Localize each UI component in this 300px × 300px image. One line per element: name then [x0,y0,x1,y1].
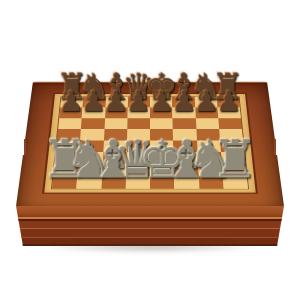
square-b6[interactable] [81,118,105,129]
square-a7[interactable]: ♟ [59,107,83,118]
square-d8[interactable]: ♛ [128,97,150,108]
square-b7[interactable]: ♟ [82,107,105,118]
square-a5[interactable] [57,129,81,140]
square-a4[interactable] [56,140,80,152]
left-finger-notch [13,139,26,155]
square-b1[interactable]: ♞ [77,176,102,189]
square-e6[interactable] [150,118,173,129]
maple-border: ♜♞♝♛♚♝♞♜♟♟♟♟♟♟♟♟♟♟♟♟♟♟♟♟♜♞♝♛♚♝♞♜ [44,94,255,193]
square-e7[interactable]: ♟ [150,107,173,118]
square-g5[interactable] [196,129,220,140]
square-g8[interactable]: ♞ [194,97,217,108]
square-h5[interactable] [219,129,243,140]
square-a2[interactable]: ♟ [53,164,78,176]
square-g3[interactable] [197,152,221,164]
square-g6[interactable] [195,118,219,129]
square-f5[interactable] [173,129,197,140]
square-d6[interactable] [127,118,150,129]
board-frame: ♜♞♝♛♚♝♞♜♟♟♟♟♟♟♟♟♟♟♟♟♟♟♟♟♜♞♝♛♚♝♞♜ [16,82,284,207]
square-f4[interactable] [173,140,197,152]
square-f7[interactable]: ♟ [172,107,195,118]
square-h4[interactable] [220,140,244,152]
square-a6[interactable] [58,118,82,129]
square-e3[interactable] [150,152,174,164]
square-f1[interactable]: ♝ [174,176,199,189]
case-front-moulding-2 [16,228,284,237]
square-f2[interactable]: ♟ [174,164,198,176]
square-d3[interactable] [126,152,150,164]
square-g4[interactable] [197,140,221,152]
square-g7[interactable]: ♟ [195,107,218,118]
square-h3[interactable] [221,152,246,164]
square-c5[interactable] [103,129,127,140]
square-f8[interactable]: ♝ [172,97,195,108]
case-front-bevel [16,206,284,217]
square-d7[interactable]: ♟ [127,107,150,118]
square-h1[interactable]: ♜ [222,176,247,189]
square-c4[interactable] [103,140,127,152]
square-c3[interactable] [102,152,126,164]
square-b3[interactable] [78,152,102,164]
square-b8[interactable]: ♞ [83,97,106,108]
square-e1[interactable]: ♚ [150,176,174,189]
square-d5[interactable] [127,129,150,140]
square-f6[interactable] [173,118,196,129]
square-c1[interactable]: ♝ [101,176,126,189]
case-lid-top: ♜♞♝♛♚♝♞♜♟♟♟♟♟♟♟♟♟♟♟♟♟♟♟♟♜♞♝♛♚♝♞♜ [16,82,284,207]
square-b2[interactable]: ♟ [78,164,103,176]
square-e2[interactable]: ♟ [150,164,174,176]
square-h7[interactable]: ♟ [217,107,241,118]
square-a3[interactable] [55,152,80,164]
square-h2[interactable]: ♟ [222,164,247,176]
square-d1[interactable]: ♛ [126,176,150,189]
square-e5[interactable] [150,129,173,140]
square-h6[interactable] [218,118,242,129]
drop-shadow [40,243,260,253]
square-d4[interactable] [126,140,150,152]
square-b5[interactable] [80,129,104,140]
square-g1[interactable]: ♞ [198,176,223,189]
chess-set-photo: ♜♞♝♛♚♝♞♜♟♟♟♟♟♟♟♟♟♟♟♟♟♟♟♟♜♞♝♛♚♝♞♜ [0,0,300,300]
square-c2[interactable]: ♟ [102,164,126,176]
square-c8[interactable]: ♝ [105,97,128,108]
square-g2[interactable]: ♟ [198,164,223,176]
scene: ♜♞♝♛♚♝♞♜♟♟♟♟♟♟♟♟♟♟♟♟♟♟♟♟♜♞♝♛♚♝♞♜ [0,0,300,300]
square-a1[interactable]: ♜ [52,176,77,189]
right-finger-notch [274,139,287,155]
case-front-moulding-1 [16,217,284,228]
square-d2[interactable]: ♟ [126,164,150,176]
square-e8[interactable]: ♚ [150,97,172,108]
square-f3[interactable] [174,152,198,164]
square-c7[interactable]: ♟ [105,107,128,118]
square-h8[interactable]: ♜ [216,97,239,108]
chess-board: ♜♞♝♛♚♝♞♜♟♟♟♟♟♟♟♟♟♟♟♟♟♟♟♟♜♞♝♛♚♝♞♜ [52,97,248,189]
square-e4[interactable] [150,140,174,152]
square-b4[interactable] [79,140,103,152]
case-front [16,206,284,246]
square-a8[interactable]: ♜ [60,97,83,108]
square-c6[interactable] [104,118,127,129]
